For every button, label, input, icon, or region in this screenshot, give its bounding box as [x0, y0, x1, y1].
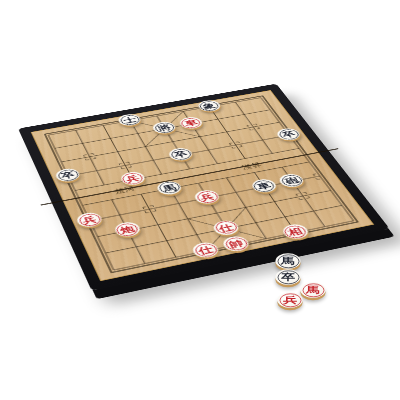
piece-red-advisor[interactable]: 仕 [190, 241, 222, 260]
piece-rim [251, 179, 277, 193]
piece-rim [192, 242, 219, 258]
tray-piece-red-soldier[interactable]: 兵 [278, 292, 303, 308]
piece-red-advisor[interactable]: 仕 [210, 219, 241, 237]
piece-rim [120, 172, 145, 186]
piece-red-soldier[interactable]: 兵 [192, 189, 222, 206]
piece-black-soldier[interactable]: 卒 [54, 167, 82, 183]
tray-piece-black-horse[interactable]: 馬 [276, 253, 301, 269]
piece-rim [152, 122, 176, 135]
piece-black-soldier[interactable]: 卒 [166, 147, 194, 162]
piece-black-soldier[interactable]: 卒 [274, 127, 303, 142]
piece-rim [179, 117, 203, 129]
board-surface: 楚河 漢界 士象將車卒卒卒兵馬兵兵車砲炮仕仕帥相 [31, 90, 374, 281]
piece-rim [168, 148, 193, 161]
piece-black-elephant[interactable]: 象 [195, 99, 222, 113]
piece-layer: 士象將車卒卒卒兵馬兵兵車砲炮仕仕帥相 [31, 90, 374, 281]
piece-rim [281, 224, 309, 240]
tray-piece-red-horse[interactable]: 馬 [301, 282, 326, 298]
piece-black-chariot[interactable]: 車 [249, 178, 279, 194]
piece-rim [279, 173, 305, 187]
product-photo-background: { "game": "xiangqi", "scene_description"… [0, 0, 400, 400]
piece-black-advisor[interactable]: 士 [116, 113, 143, 127]
piece-rim [302, 283, 324, 297]
piece-rim [279, 293, 301, 307]
tray-piece-black-soldier[interactable]: 卒 [276, 269, 301, 285]
piece-rim [212, 220, 239, 236]
piece-red-chariot[interactable]: 車 [177, 116, 205, 130]
piece-rim [194, 190, 220, 205]
piece-rim [276, 128, 301, 141]
piece-red-soldier[interactable]: 兵 [75, 211, 105, 229]
piece-red-elephant[interactable]: 相 [279, 223, 311, 241]
xiangqi-board: 楚河 漢界 士象將車卒卒卒兵馬兵兵車砲炮仕仕帥相 [18, 84, 390, 291]
piece-rim [114, 222, 140, 238]
piece-black-cannon[interactable]: 砲 [277, 172, 307, 188]
piece-red-king[interactable]: 帥 [220, 235, 252, 254]
piece-rim [277, 270, 299, 284]
piece-rim [55, 168, 79, 182]
piece-rim [197, 100, 221, 112]
piece-red-cannon[interactable]: 炮 [112, 221, 142, 239]
board-scene: 楚河 漢界 士象將車卒卒卒兵馬兵兵車砲炮仕仕帥相 [12, 58, 388, 370]
piece-rim [118, 114, 141, 126]
piece-black-general[interactable]: 將 [151, 121, 178, 136]
piece-rim [222, 236, 250, 252]
piece-rim [277, 254, 299, 268]
piece-rim [76, 212, 102, 227]
